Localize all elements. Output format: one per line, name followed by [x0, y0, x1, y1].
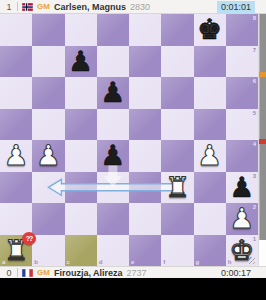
square-g4[interactable]: [194, 140, 226, 172]
square-g8[interactable]: [194, 14, 226, 46]
square-d4[interactable]: [97, 140, 129, 172]
square-e1[interactable]: e: [129, 235, 161, 267]
square-e6[interactable]: [129, 77, 161, 109]
match-score-top: 1: [5, 2, 13, 12]
square-h4[interactable]: 4: [226, 140, 258, 172]
square-b4[interactable]: [32, 140, 64, 172]
square-g2[interactable]: [194, 203, 226, 235]
player-bar-bottom: 0 GM Firouzja, Alireza 2737 0:00:17: [0, 266, 266, 278]
square-d8[interactable]: [97, 14, 129, 46]
square-f8[interactable]: [161, 14, 193, 46]
annotation-marker-orange: [259, 72, 266, 77]
file-label-e: e: [131, 259, 134, 265]
square-g6[interactable]: [194, 77, 226, 109]
square-e3[interactable]: [129, 172, 161, 204]
board-resize-handle[interactable]: [248, 257, 255, 264]
player-name-top[interactable]: Carlsen, Magnus: [54, 2, 126, 12]
square-b7[interactable]: [32, 46, 64, 78]
rank-label-2: 2: [253, 204, 256, 210]
file-label-c: c: [67, 259, 70, 265]
square-f6[interactable]: [161, 77, 193, 109]
square-a3[interactable]: [0, 172, 32, 204]
player-rating-bottom: 2737: [127, 268, 147, 278]
square-d7[interactable]: [97, 46, 129, 78]
square-g7[interactable]: [194, 46, 226, 78]
square-c2[interactable]: [65, 203, 97, 235]
gm-title-bottom: GM: [37, 268, 50, 277]
rank-label-8: 8: [253, 15, 256, 21]
move-list-scrollbar[interactable]: [258, 14, 266, 266]
square-c1[interactable]: c: [65, 235, 97, 267]
square-f3[interactable]: [161, 172, 193, 204]
square-b3[interactable]: [32, 172, 64, 204]
blunder-badge: ??: [22, 232, 36, 245]
rank-label-3: 3: [253, 173, 256, 179]
france-flag-icon: [22, 269, 33, 277]
square-b8[interactable]: [32, 14, 64, 46]
square-c5[interactable]: [65, 109, 97, 141]
square-h3[interactable]: 3: [226, 172, 258, 204]
square-h7[interactable]: 7: [226, 46, 258, 78]
clock-bottom: 0:00:17: [217, 267, 255, 279]
rank-label-6: 6: [253, 78, 256, 84]
scrollbar-thumb[interactable]: [259, 14, 266, 240]
rank-label-1: 1: [253, 236, 256, 242]
square-e7[interactable]: [129, 46, 161, 78]
clock-top: 0:01:01: [217, 1, 255, 13]
square-d3[interactable]: [97, 172, 129, 204]
player-name-bottom[interactable]: Firouzja, Alireza: [54, 268, 123, 278]
square-h5[interactable]: 5: [226, 109, 258, 141]
match-score-bottom: 0: [5, 268, 13, 278]
square-f5[interactable]: [161, 109, 193, 141]
file-label-f: f: [163, 259, 165, 265]
square-f1[interactable]: f: [161, 235, 193, 267]
square-c3[interactable]: [65, 172, 97, 204]
player-bar-top: 1 GM Carlsen, Magnus 2830 0:01:01: [0, 0, 266, 14]
square-h2[interactable]: 2: [226, 203, 258, 235]
square-e8[interactable]: [129, 14, 161, 46]
square-d2[interactable]: [97, 203, 129, 235]
square-h8[interactable]: 8: [226, 14, 258, 46]
square-a7[interactable]: [0, 46, 32, 78]
file-label-g: g: [196, 259, 200, 265]
square-g3[interactable]: [194, 172, 226, 204]
square-e4[interactable]: [129, 140, 161, 172]
divider: [17, 268, 18, 277]
square-e5[interactable]: [129, 109, 161, 141]
square-e2[interactable]: [129, 203, 161, 235]
square-a4[interactable]: [0, 140, 32, 172]
square-b6[interactable]: [32, 77, 64, 109]
divider: [17, 2, 18, 11]
file-label-b: b: [34, 259, 38, 265]
norway-flag-icon: [22, 3, 33, 11]
rank-label-4: 4: [253, 141, 256, 147]
square-a2[interactable]: [0, 203, 32, 235]
square-a8[interactable]: [0, 14, 32, 46]
square-g1[interactable]: g: [194, 235, 226, 267]
square-d5[interactable]: [97, 109, 129, 141]
rank-label-7: 7: [253, 47, 256, 53]
square-f7[interactable]: [161, 46, 193, 78]
gm-title-top: GM: [37, 2, 50, 11]
square-f2[interactable]: [161, 203, 193, 235]
file-label-h: h: [228, 259, 232, 265]
square-b5[interactable]: [32, 109, 64, 141]
square-a6[interactable]: [0, 77, 32, 109]
square-b2[interactable]: [32, 203, 64, 235]
square-f4[interactable]: [161, 140, 193, 172]
square-h6[interactable]: 6: [226, 77, 258, 109]
rank-label-5: 5: [253, 110, 256, 116]
file-label-a: a: [2, 259, 5, 265]
player-rating-top: 2830: [130, 2, 150, 12]
square-g5[interactable]: [194, 109, 226, 141]
square-c4[interactable]: [65, 140, 97, 172]
board-wrap: 8765432abcdefg1h ♚♟♟♟♟♟♟♜♟♟♜♚ ??: [0, 14, 258, 266]
annotation-marker-red: [259, 139, 266, 144]
square-d1[interactable]: d: [97, 235, 129, 267]
square-c8[interactable]: [65, 14, 97, 46]
square-c7[interactable]: [65, 46, 97, 78]
chess-board[interactable]: 8765432abcdefg1h: [0, 14, 258, 266]
board-area: 8765432abcdefg1h ♚♟♟♟♟♟♟♜♟♟♜♚ ??: [0, 14, 266, 266]
square-a5[interactable]: [0, 109, 32, 141]
square-c6[interactable]: [65, 77, 97, 109]
file-label-d: d: [99, 259, 103, 265]
chess-broadcast-window: 1 GM Carlsen, Magnus 2830 0:01:01 876543…: [0, 0, 266, 300]
square-b1[interactable]: b: [32, 235, 64, 267]
square-d6[interactable]: [97, 77, 129, 109]
